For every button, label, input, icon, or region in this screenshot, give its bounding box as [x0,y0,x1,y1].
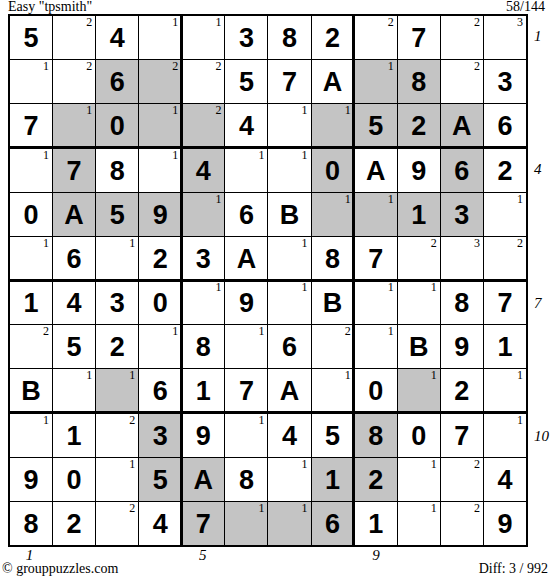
cell-value: 0 [411,421,426,450]
cell-r5c7[interactable]: B [268,193,310,236]
pencil-mark: 1 [517,369,523,382]
cell-r5c1[interactable]: 0 [10,193,52,236]
cell-r3c2[interactable]: 1 [53,104,95,147]
cell-value: 3 [497,67,512,96]
pencil-mark: 1 [129,237,135,250]
pencil-mark: 3 [517,16,523,29]
cell-r12c12[interactable]: 9 [484,502,526,545]
cell-value: 2 [67,509,82,538]
pencil-mark: 1 [172,16,178,29]
pencil-mark: 1 [345,193,351,206]
row-label-4: 4 [534,162,542,177]
cell-r10c11[interactable]: 7 [441,414,483,457]
cell-value: 7 [67,156,82,185]
copyright-text: © grouppuzzles.com [2,561,118,576]
cell-r9c12[interactable]: 1 [484,369,526,412]
cell-r10c4[interactable]: 3 [139,414,181,457]
cell-r1c5[interactable]: 1 [182,16,224,59]
pencil-mark: 1 [431,458,437,471]
cell-value: 5 [24,23,39,52]
cell-r3c10[interactable]: 2 [398,104,440,147]
cell-value: B [21,376,41,405]
pencil-mark: 2 [431,237,437,250]
cell-value: A [452,111,472,140]
cell-r3c3[interactable]: 0 [96,104,138,147]
cell-r2c10[interactable]: 8 [398,60,440,103]
pencil-mark: 1 [43,60,49,73]
pencil-mark: 1 [302,149,308,162]
cell-r11c7[interactable]: 1 [268,458,310,501]
pencil-mark: 1 [388,60,394,73]
cell-r3c6[interactable]: 4 [225,104,267,147]
pencil-mark: 1 [43,149,49,162]
pencil-mark: 1 [215,16,221,29]
pencil-mark: 1 [215,193,221,206]
row-label-10: 10 [534,429,549,444]
pencil-mark: 1 [345,104,351,117]
cell-value: 5 [153,465,168,494]
cell-r9c7[interactable]: A [268,369,310,412]
cell-value: A [280,376,300,405]
cell-value: 6 [239,200,254,229]
cell-r11c10[interactable]: 1 [398,458,440,501]
pencil-mark: 1 [517,414,523,427]
cell-r4c11[interactable]: 6 [441,149,483,192]
cell-value: 0 [24,200,39,229]
difficulty-text: Diff: 3 / 992 [479,561,548,576]
cell-value: 3 [239,23,254,52]
cell-value: A [323,67,343,96]
cell-r10c1[interactable]: 1 [10,414,52,457]
cell-r11c5[interactable]: A [182,458,224,501]
cell-r5c11[interactable]: 3 [441,193,483,236]
cell-value: 8 [24,509,39,538]
cell-value: 4 [497,465,512,494]
cell-r7c8[interactable]: B [312,281,354,324]
cell-value: 2 [325,23,340,52]
cell-r7c10[interactable]: 1 [398,281,440,324]
cell-value: 0 [110,111,125,140]
pencil-mark: 2 [43,325,49,338]
cell-r9c11[interactable]: 2 [441,369,483,412]
cell-r2c8[interactable]: A [312,60,354,103]
pencil-mark: 1 [345,369,351,382]
cell-value: 4 [153,509,168,538]
cell-value: 6 [67,244,82,273]
cell-value: A [237,244,257,273]
cell-r4c5[interactable]: 4 [182,149,224,192]
cell-r8c2[interactable]: 5 [53,325,95,368]
cell-r7c5[interactable]: 1 [182,281,224,324]
cell-value: 1 [368,509,383,538]
pencil-mark: 1 [43,414,49,427]
cell-r5c5[interactable]: 1 [182,193,224,236]
pencil-mark: 2 [345,325,351,338]
cell-value: A [194,465,214,494]
cell-r11c6[interactable]: 8 [225,458,267,501]
pencil-mark: 1 [517,193,523,206]
cell-r9c3[interactable]: 1 [96,369,138,412]
cell-r9c10[interactable]: 1 [398,369,440,412]
pencil-mark: 1 [388,281,394,294]
cell-value: 0 [368,376,383,405]
cell-r10c6[interactable]: 1 [225,414,267,457]
cell-value: 3 [454,200,469,229]
cell-r8c8[interactable]: 2 [312,325,354,368]
cell-r5c10[interactable]: 1 [398,193,440,236]
cell-r12c10[interactable]: 1 [398,502,440,545]
cell-value: 1 [67,421,82,450]
cell-value: 6 [325,509,340,538]
cell-r8c7[interactable]: 6 [268,325,310,368]
pencil-mark: 2 [474,458,480,471]
sudoku-page: Easy "tpsmith" 58/144 524113822723126225… [0,0,552,578]
cell-value: 9 [239,288,254,317]
cell-r3c7[interactable]: 1 [268,104,310,147]
cell-r11c4[interactable]: 5 [139,458,181,501]
pencil-mark: 2 [474,502,480,515]
cell-r8c5[interactable]: 8 [182,325,224,368]
pencil-mark: 1 [43,237,49,250]
cell-r2c2[interactable]: 2 [53,60,95,103]
pencil-mark: 1 [86,104,92,117]
cell-value: B [409,332,429,361]
cell-r6c6[interactable]: A [225,237,267,280]
cell-value: 1 [196,376,211,405]
cell-value: 9 [153,200,168,229]
cell-value: 0 [325,156,340,185]
cell-r10c2[interactable]: 1 [53,414,95,457]
cell-r3c9[interactable]: 5 [355,104,397,147]
cell-r7c12[interactable]: 7 [484,281,526,324]
cell-value: 3 [110,288,125,317]
cell-r4c1[interactable]: 1 [10,149,52,192]
cell-value: 9 [454,332,469,361]
cell-r12c3[interactable]: 2 [96,502,138,545]
cell-value: 8 [325,244,340,273]
cell-r12c9[interactable]: 1 [355,502,397,545]
cell-r5c6[interactable]: 6 [225,193,267,236]
cell-r11c12[interactable]: 4 [484,458,526,501]
cell-r11c11[interactable]: 2 [441,458,483,501]
cell-r7c2[interactable]: 4 [53,281,95,324]
cell-r6c12[interactable]: 2 [484,237,526,280]
cell-value: A [366,156,386,185]
col-label-9: 9 [372,548,380,563]
cell-r11c8[interactable]: 1 [312,458,354,501]
cell-value: 8 [282,23,297,52]
cell-value: 3 [153,421,168,450]
cell-r6c7[interactable]: 1 [268,237,310,280]
cell-r6c8[interactable]: 8 [312,237,354,280]
pencil-mark: 1 [388,325,394,338]
cell-r12c6[interactable]: 1 [225,502,267,545]
cell-r10c3[interactable]: 2 [96,414,138,457]
cell-r10c12[interactable]: 1 [484,414,526,457]
cell-r6c1[interactable]: 1 [10,237,52,280]
cell-r2c12[interactable]: 3 [484,60,526,103]
cell-value: 9 [411,156,426,185]
cell-r6c3[interactable]: 1 [96,237,138,280]
cell-r1c10[interactable]: 7 [398,16,440,59]
cell-r11c2[interactable]: 0 [53,458,95,501]
cell-r3c12[interactable]: 6 [484,104,526,147]
pencil-mark: 1 [129,458,135,471]
row-label-7: 7 [534,296,542,311]
cell-r4c2[interactable]: 7 [53,149,95,192]
cell-r5c2[interactable]: A [53,193,95,236]
pencil-mark: 1 [172,325,178,338]
col-label-5: 5 [199,548,207,563]
cell-value: 9 [24,465,39,494]
pencil-mark: 1 [431,281,437,294]
cell-value: B [280,200,300,229]
cell-r4c8[interactable]: 0 [312,149,354,192]
cell-r5c4[interactable]: 9 [139,193,181,236]
cell-r8c11[interactable]: 9 [441,325,483,368]
cell-value: 5 [325,421,340,450]
cell-value: 6 [282,332,297,361]
cell-r9c4[interactable]: 6 [139,369,181,412]
cell-r11c1[interactable]: 9 [10,458,52,501]
cell-value: 6 [110,67,125,96]
cell-r7c11[interactable]: 8 [441,281,483,324]
cell-r3c4[interactable]: 1 [139,104,181,147]
pencil-mark: 2 [517,237,523,250]
cell-r12c5[interactable]: 7 [182,502,224,545]
cell-value: 2 [454,376,469,405]
cell-r1c3[interactable]: 4 [96,16,138,59]
pencil-mark: 1 [431,502,437,515]
cell-value: 5 [67,332,82,361]
cell-r2c1[interactable]: 1 [10,60,52,103]
puzzle-counter: 58/144 [506,0,545,14]
cell-r3c5[interactable]: 2 [182,104,224,147]
cell-r1c11[interactable]: 2 [441,16,483,59]
pencil-mark: 1 [258,502,264,515]
cell-value: 7 [196,509,211,538]
cell-r1c2[interactable]: 2 [53,16,95,59]
cell-value: 7 [497,288,512,317]
cell-value: 9 [196,421,211,450]
pencil-mark: 1 [302,237,308,250]
cell-r3c8[interactable]: 1 [312,104,354,147]
cell-value: 8 [411,67,426,96]
cell-r12c8[interactable]: 6 [312,502,354,545]
cell-value: 8 [239,465,254,494]
cell-r10c7[interactable]: 4 [268,414,310,457]
cell-r6c4[interactable]: 2 [139,237,181,280]
cell-r9c1[interactable]: B [10,369,52,412]
cell-r12c7[interactable]: 1 [268,502,310,545]
cell-value: 0 [153,288,168,317]
cell-r7c4[interactable]: 0 [139,281,181,324]
pencil-mark: 1 [258,149,264,162]
cell-value: 7 [282,67,297,96]
cell-value: 5 [368,111,383,140]
cell-r1c12[interactable]: 3 [484,16,526,59]
pencil-mark: 1 [302,104,308,117]
pencil-mark: 2 [86,60,92,73]
cell-r4c10[interactable]: 9 [398,149,440,192]
cell-r11c3[interactable]: 1 [96,458,138,501]
cell-r10c9[interactable]: 8 [355,414,397,457]
pencil-mark: 2 [474,16,480,29]
pencil-mark: 1 [258,414,264,427]
pencil-mark: 1 [86,369,92,382]
cell-r1c9[interactable]: 2 [355,16,397,59]
cell-r5c9[interactable]: 1 [355,193,397,236]
cell-r12c2[interactable]: 2 [53,502,95,545]
cell-r4c3[interactable]: 8 [96,149,138,192]
cell-value: 7 [239,376,254,405]
pencil-mark: 2 [86,16,92,29]
cell-r8c12[interactable]: 1 [484,325,526,368]
cell-value: 3 [196,244,211,273]
puzzle-title: Easy "tpsmith" [8,0,92,14]
cell-value: B [323,288,343,317]
cell-r5c8[interactable]: 1 [312,193,354,236]
cell-r1c4[interactable]: 1 [139,16,181,59]
cell-r8c6[interactable]: 1 [225,325,267,368]
cell-value: 6 [153,376,168,405]
cell-r12c11[interactable]: 2 [441,502,483,545]
sudoku-board: 5241138227231262257A18237101241152A61781… [8,14,528,547]
cell-value: 6 [454,156,469,185]
cell-r9c5[interactable]: 1 [182,369,224,412]
cell-r5c3[interactable]: 5 [96,193,138,236]
cell-r2c3[interactable]: 6 [96,60,138,103]
row-label-1: 1 [534,29,542,44]
cell-value: A [64,200,84,229]
cell-r3c1[interactable]: 7 [10,104,52,147]
cell-r7c9[interactable]: 1 [355,281,397,324]
cell-r4c7[interactable]: 1 [268,149,310,192]
cell-r2c6[interactable]: 5 [225,60,267,103]
cell-r10c5[interactable]: 9 [182,414,224,457]
cell-r8c9[interactable]: 1 [355,325,397,368]
cell-value: 7 [24,111,39,140]
cell-r10c10[interactable]: 0 [398,414,440,457]
cell-value: 8 [196,332,211,361]
cell-r9c9[interactable]: 0 [355,369,397,412]
pencil-mark: 2 [215,60,221,73]
pencil-mark: 2 [388,16,394,29]
cell-r1c8[interactable]: 2 [312,16,354,59]
cell-r7c1[interactable]: 1 [10,281,52,324]
pencil-mark: 2 [129,414,135,427]
cell-r6c2[interactable]: 6 [53,237,95,280]
pencil-mark: 2 [215,104,221,117]
col-label-1: 1 [26,548,34,563]
pencil-mark: 1 [302,281,308,294]
cell-r6c5[interactable]: 3 [182,237,224,280]
pencil-mark: 1 [302,502,308,515]
cell-r2c9[interactable]: 1 [355,60,397,103]
pencil-mark: 2 [129,502,135,515]
cell-value: 7 [454,421,469,450]
cell-r9c6[interactable]: 7 [225,369,267,412]
cell-value: 1 [24,288,39,317]
pencil-mark: 1 [431,369,437,382]
cell-value: 2 [368,465,383,494]
pencil-mark: 2 [474,60,480,73]
cell-r2c11[interactable]: 2 [441,60,483,103]
cell-r8c3[interactable]: 2 [96,325,138,368]
cell-r8c10[interactable]: B [398,325,440,368]
pencil-mark: 1 [258,325,264,338]
cell-value: 6 [497,111,512,140]
cell-value: 2 [497,156,512,185]
pencil-mark: 2 [172,60,178,73]
cell-r10c8[interactable]: 5 [312,414,354,457]
cell-r8c1[interactable]: 2 [10,325,52,368]
cell-value: 2 [110,332,125,361]
pencil-mark: 1 [302,458,308,471]
cell-r2c4[interactable]: 2 [139,60,181,103]
cell-value: 4 [196,156,211,185]
pencil-mark: 1 [388,193,394,206]
cell-value: 1 [325,465,340,494]
cell-r12c1[interactable]: 8 [10,502,52,545]
cell-value: 8 [110,156,125,185]
pencil-mark: 1 [172,149,178,162]
cell-r5c12[interactable]: 1 [484,193,526,236]
cell-r1c6[interactable]: 3 [225,16,267,59]
pencil-mark: 1 [215,281,221,294]
cell-r2c5[interactable]: 2 [182,60,224,103]
cell-r7c3[interactable]: 3 [96,281,138,324]
cell-r4c4[interactable]: 1 [139,149,181,192]
cell-value: 4 [110,23,125,52]
cell-value: 1 [497,332,512,361]
cell-value: 5 [110,200,125,229]
cell-r4c12[interactable]: 2 [484,149,526,192]
cell-r9c2[interactable]: 1 [53,369,95,412]
cell-r1c1[interactable]: 5 [10,16,52,59]
cell-r7c6[interactable]: 9 [225,281,267,324]
cell-value: 0 [67,465,82,494]
cell-r8c4[interactable]: 1 [139,325,181,368]
cell-r11c9[interactable]: 2 [355,458,397,501]
cell-r3c11[interactable]: A [441,104,483,147]
cell-r2c7[interactable]: 7 [268,60,310,103]
cell-value: 4 [67,288,82,317]
cell-value: 4 [239,111,254,140]
cell-value: 2 [153,244,168,273]
cell-r12c4[interactable]: 4 [139,502,181,545]
cell-value: 7 [411,23,426,52]
cell-value: 8 [368,421,383,450]
cell-value: 4 [282,421,297,450]
cell-r6c10[interactable]: 2 [398,237,440,280]
cell-r7c7[interactable]: 1 [268,281,310,324]
cell-value: 9 [497,509,512,538]
pencil-mark: 1 [129,369,135,382]
cell-r1c7[interactable]: 8 [268,16,310,59]
cell-r4c9[interactable]: A [355,149,397,192]
cell-r6c9[interactable]: 7 [355,237,397,280]
cell-value: 2 [411,111,426,140]
cell-value: 7 [368,244,383,273]
cell-r9c8[interactable]: 1 [312,369,354,412]
cell-value: 5 [239,67,254,96]
pencil-mark: 3 [474,237,480,250]
cell-r4c6[interactable]: 1 [225,149,267,192]
pencil-mark: 1 [172,104,178,117]
cell-r6c11[interactable]: 3 [441,237,483,280]
cell-value: 1 [411,200,426,229]
